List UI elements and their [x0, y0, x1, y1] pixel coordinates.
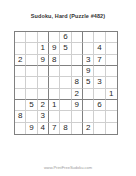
cell-r9c9	[106, 123, 117, 134]
puzzle-title: Sudoku, Hard (Puzzle #482)	[0, 13, 136, 19]
cell-r3c6	[72, 55, 83, 66]
cell-r4c8	[94, 66, 105, 77]
cell-r4c4	[49, 66, 60, 77]
cell-r6c3	[38, 89, 49, 100]
cell-r4c1	[15, 66, 26, 77]
footer-url: www.PrintFreeSudoku.com	[0, 165, 136, 170]
cell-r3c4: 8	[49, 55, 60, 66]
cell-r2c6	[72, 43, 83, 54]
cell-r5c2	[26, 77, 37, 88]
cell-r5c1	[15, 77, 26, 88]
cell-r7c3: 2	[38, 100, 49, 111]
cell-r8c6	[72, 111, 83, 122]
cell-r5c5	[60, 77, 71, 88]
cell-r2c2	[26, 43, 37, 54]
cell-r1c8	[94, 32, 105, 43]
cell-r5c8: 3	[94, 77, 105, 88]
cell-r9c5: 8	[60, 123, 71, 134]
cell-r5c6: 8	[72, 77, 83, 88]
cell-r2c8: 4	[94, 43, 105, 54]
cell-r3c7: 3	[83, 55, 94, 66]
cell-r7c8: 6	[94, 100, 105, 111]
cell-r9c1	[15, 123, 26, 134]
cell-r8c1: 8	[15, 111, 26, 122]
cell-r3c5	[60, 55, 71, 66]
cell-r8c5	[60, 111, 71, 122]
cell-r7c2: 5	[26, 100, 37, 111]
cell-r3c8: 7	[94, 55, 105, 66]
cell-r2c1	[15, 43, 26, 54]
cell-r1c2	[26, 32, 37, 43]
cell-r3c9	[106, 55, 117, 66]
cell-r1c5: 6	[60, 32, 71, 43]
cell-r8c4	[49, 111, 60, 122]
cell-r4c7: 9	[83, 66, 94, 77]
cell-r2c9	[106, 43, 117, 54]
cell-r2c7	[83, 43, 94, 54]
cell-r4c9	[106, 66, 117, 77]
cell-r1c1	[15, 32, 26, 43]
cell-r8c8	[94, 111, 105, 122]
cell-r2c4: 9	[49, 43, 60, 54]
cell-r1c4	[49, 32, 60, 43]
cell-r1c3	[38, 32, 49, 43]
cell-r9c7: 2	[83, 123, 94, 134]
cell-r8c2	[26, 111, 37, 122]
cell-r7c6: 9	[72, 100, 83, 111]
cell-r9c3: 4	[38, 123, 49, 134]
cell-r8c3: 3	[38, 111, 49, 122]
cell-r4c6	[72, 66, 83, 77]
cell-r7c9	[106, 100, 117, 111]
cell-r1c7	[83, 32, 94, 43]
cell-r3c1: 2	[15, 55, 26, 66]
cell-r2c3: 1	[38, 43, 49, 54]
cell-r6c2	[26, 89, 37, 100]
cell-r7c5	[60, 100, 71, 111]
cell-r6c7	[83, 89, 94, 100]
cell-r7c1	[15, 100, 26, 111]
cell-r3c2	[26, 55, 37, 66]
cell-r5c3	[38, 77, 49, 88]
cell-r4c2	[26, 66, 37, 77]
cell-r1c9	[106, 32, 117, 43]
cell-r2c5: 5	[60, 43, 71, 54]
cell-r6c5	[60, 89, 71, 100]
cell-r9c6	[72, 123, 83, 134]
cell-r6c4	[49, 89, 60, 100]
cell-r9c2: 9	[26, 123, 37, 134]
cell-r9c4: 7	[49, 123, 60, 134]
cell-r6c6: 2	[72, 89, 83, 100]
cell-r6c9: 1	[106, 89, 117, 100]
cell-r8c7	[83, 111, 94, 122]
cell-r4c3	[38, 66, 49, 77]
sudoku-grid: 6195429837985321521968394782	[14, 31, 118, 135]
cell-r5c7: 5	[83, 77, 94, 88]
cell-r7c7	[83, 100, 94, 111]
cell-r6c1	[15, 89, 26, 100]
cell-r5c4	[49, 77, 60, 88]
cell-r7c4: 1	[49, 100, 60, 111]
cell-r4c5	[60, 66, 71, 77]
cell-r9c8	[94, 123, 105, 134]
cell-r3c3: 9	[38, 55, 49, 66]
cell-r1c6	[72, 32, 83, 43]
cell-r6c8	[94, 89, 105, 100]
cell-r8c9	[106, 111, 117, 122]
cell-r5c9	[106, 77, 117, 88]
